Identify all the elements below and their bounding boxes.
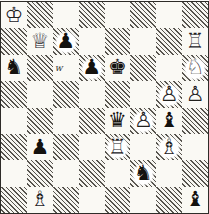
square-c1[interactable] xyxy=(53,187,79,213)
square-e5[interactable] xyxy=(105,81,131,107)
square-b1[interactable]: ♗ xyxy=(27,187,53,213)
white-pawn-g5: ♙ xyxy=(160,84,179,105)
square-a6[interactable]: ♞ xyxy=(1,55,27,81)
black-knight-f2: ♞ xyxy=(134,163,153,184)
square-c2[interactable] xyxy=(53,160,79,186)
black-bishop-h1: ♝ xyxy=(186,189,205,210)
square-f7[interactable] xyxy=(130,28,156,54)
square-g3[interactable]: ♗ xyxy=(156,134,182,160)
black-pawn-c7: ♟ xyxy=(56,31,75,52)
white-pawn-h5: ♙ xyxy=(186,84,205,105)
white-rook-h7: ♖ xyxy=(186,31,205,52)
chess-diagram-page: ♔♕♟♖♞w♟♚♘♙♙♛♙♝♟♖♗♞♗♝ xyxy=(0,0,209,214)
square-g4[interactable]: ♝ xyxy=(156,108,182,134)
square-e2[interactable] xyxy=(105,160,131,186)
square-c8[interactable] xyxy=(53,2,79,28)
square-a2[interactable] xyxy=(1,160,27,186)
black-queen-e4: ♛ xyxy=(108,110,127,131)
square-e4[interactable]: ♛ xyxy=(105,108,131,134)
square-d1[interactable] xyxy=(79,187,105,213)
square-b8[interactable] xyxy=(27,2,53,28)
square-a3[interactable] xyxy=(1,134,27,160)
square-g2[interactable] xyxy=(156,160,182,186)
white-king-a8: ♔ xyxy=(5,5,24,26)
white-pawn-f4: ♙ xyxy=(134,110,153,131)
square-e6[interactable]: ♚ xyxy=(105,55,131,81)
square-h2[interactable] xyxy=(182,160,208,186)
square-f5[interactable] xyxy=(130,81,156,107)
square-h7[interactable]: ♖ xyxy=(182,28,208,54)
square-d4[interactable] xyxy=(79,108,105,134)
square-f4[interactable]: ♙ xyxy=(130,108,156,134)
square-a8[interactable]: ♔ xyxy=(1,2,27,28)
square-f6[interactable] xyxy=(130,55,156,81)
printed-mark-c6: w xyxy=(55,63,63,73)
square-f8[interactable] xyxy=(130,2,156,28)
square-d8[interactable] xyxy=(79,2,105,28)
square-e3[interactable]: ♖ xyxy=(105,134,131,160)
square-a5[interactable] xyxy=(1,81,27,107)
square-f2[interactable]: ♞ xyxy=(130,160,156,186)
square-c6[interactable]: w xyxy=(53,55,79,81)
square-e1[interactable] xyxy=(105,187,131,213)
square-b5[interactable] xyxy=(27,81,53,107)
square-g8[interactable] xyxy=(156,2,182,28)
square-a4[interactable] xyxy=(1,108,27,134)
square-b4[interactable] xyxy=(27,108,53,134)
square-c3[interactable] xyxy=(53,134,79,160)
white-queen-b7: ♕ xyxy=(30,31,49,52)
white-bishop-g3: ♗ xyxy=(160,137,179,158)
square-d6[interactable]: ♟ xyxy=(79,55,105,81)
square-h8[interactable] xyxy=(182,2,208,28)
square-g1[interactable] xyxy=(156,187,182,213)
square-d7[interactable] xyxy=(79,28,105,54)
square-h4[interactable] xyxy=(182,108,208,134)
square-d5[interactable] xyxy=(79,81,105,107)
square-h3[interactable] xyxy=(182,134,208,160)
square-b3[interactable]: ♟ xyxy=(27,134,53,160)
black-king-e6: ♚ xyxy=(108,57,127,78)
square-e8[interactable] xyxy=(105,2,131,28)
square-f1[interactable] xyxy=(130,187,156,213)
black-bishop-g4: ♝ xyxy=(160,110,179,131)
white-rook-e3: ♖ xyxy=(108,137,127,158)
square-a7[interactable] xyxy=(1,28,27,54)
chess-board: ♔♕♟♖♞w♟♚♘♙♙♛♙♝♟♖♗♞♗♝ xyxy=(0,1,209,214)
square-c4[interactable] xyxy=(53,108,79,134)
square-e7[interactable] xyxy=(105,28,131,54)
square-g5[interactable]: ♙ xyxy=(156,81,182,107)
square-h5[interactable]: ♙ xyxy=(182,81,208,107)
black-pawn-d6: ♟ xyxy=(82,57,101,78)
square-c7[interactable]: ♟ xyxy=(53,28,79,54)
square-b7[interactable]: ♕ xyxy=(27,28,53,54)
square-d3[interactable] xyxy=(79,134,105,160)
square-h1[interactable]: ♝ xyxy=(182,187,208,213)
white-knight-h6: ♘ xyxy=(186,57,205,78)
square-a1[interactable] xyxy=(1,187,27,213)
black-pawn-b3: ♟ xyxy=(30,137,49,158)
square-f3[interactable] xyxy=(130,134,156,160)
square-g6[interactable] xyxy=(156,55,182,81)
square-d2[interactable] xyxy=(79,160,105,186)
white-bishop-b1: ♗ xyxy=(30,189,49,210)
square-c5[interactable] xyxy=(53,81,79,107)
square-b2[interactable] xyxy=(27,160,53,186)
square-h6[interactable]: ♘ xyxy=(182,55,208,81)
black-knight-a6: ♞ xyxy=(5,57,24,78)
square-g7[interactable] xyxy=(156,28,182,54)
square-b6[interactable] xyxy=(27,55,53,81)
